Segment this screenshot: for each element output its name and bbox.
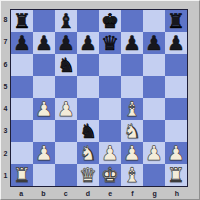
black-rook-h8[interactable]: ♜: [167, 10, 185, 32]
chess-diagram: 87654321 ♜♝♚♜♟♟♟♟♛♟♟♟♞♟♟♝♞♞♟♞♟♟♟♟♜♛♚♝♜ a…: [0, 0, 200, 200]
square-h6[interactable]: [165, 54, 187, 76]
square-g8[interactable]: [143, 10, 165, 32]
square-b6[interactable]: [33, 54, 55, 76]
square-g5[interactable]: [143, 76, 165, 98]
black-pawn-c7[interactable]: ♟: [57, 32, 75, 54]
square-f1[interactable]: ♝: [121, 164, 143, 186]
white-pawn-b2[interactable]: ♟: [35, 142, 53, 164]
file-label-d: d: [77, 188, 99, 199]
white-bishop-f1[interactable]: ♝: [123, 164, 141, 186]
square-d1[interactable]: ♛: [77, 164, 99, 186]
square-h8[interactable]: ♜: [165, 10, 187, 32]
square-e4[interactable]: [99, 98, 121, 120]
square-f6[interactable]: [121, 54, 143, 76]
file-label-e: e: [99, 188, 121, 199]
white-pawn-h2[interactable]: ♟: [167, 142, 185, 164]
square-a4[interactable]: [11, 98, 33, 120]
square-d2[interactable]: ♞: [77, 142, 99, 164]
file-label-g: g: [144, 188, 166, 199]
rank-labels: 87654321: [1, 9, 10, 187]
square-b2[interactable]: ♟: [33, 142, 55, 164]
white-knight-f3[interactable]: ♞: [123, 120, 141, 142]
square-g7[interactable]: ♟: [143, 32, 165, 54]
white-pawn-b4[interactable]: ♟: [35, 98, 53, 120]
rank-label-3: 3: [1, 120, 10, 142]
square-a3[interactable]: [11, 120, 33, 142]
black-pawn-d7[interactable]: ♟: [79, 32, 97, 54]
square-d5[interactable]: [77, 76, 99, 98]
square-a5[interactable]: [11, 76, 33, 98]
square-h2[interactable]: ♟: [165, 142, 187, 164]
square-e3[interactable]: [99, 120, 121, 142]
black-knight-d3[interactable]: ♞: [79, 120, 97, 142]
file-labels: abcdefgh: [10, 188, 188, 199]
square-h3[interactable]: [165, 120, 187, 142]
square-e8[interactable]: ♚: [99, 10, 121, 32]
rank-label-4: 4: [1, 98, 10, 120]
rank-label-2: 2: [1, 143, 10, 165]
black-pawn-a7[interactable]: ♟: [13, 32, 31, 54]
square-h1[interactable]: ♜: [165, 164, 187, 186]
white-rook-h1[interactable]: ♜: [167, 164, 185, 186]
square-g4[interactable]: [143, 98, 165, 120]
square-g3[interactable]: [143, 120, 165, 142]
black-bishop-c8[interactable]: ♝: [57, 10, 75, 32]
rank-label-8: 8: [1, 9, 10, 31]
white-pawn-e2[interactable]: ♟: [101, 142, 119, 164]
square-f2[interactable]: ♟: [121, 142, 143, 164]
square-f5[interactable]: [121, 76, 143, 98]
square-b5[interactable]: [33, 76, 55, 98]
black-queen-e7[interactable]: ♛: [101, 32, 119, 54]
file-label-b: b: [32, 188, 54, 199]
rank-label-5: 5: [1, 76, 10, 98]
square-c5[interactable]: [55, 76, 77, 98]
square-e5[interactable]: [99, 76, 121, 98]
black-pawn-b7[interactable]: ♟: [35, 32, 53, 54]
square-d6[interactable]: [77, 54, 99, 76]
file-label-a: a: [10, 188, 32, 199]
square-e6[interactable]: [99, 54, 121, 76]
square-a6[interactable]: [11, 54, 33, 76]
white-pawn-f2[interactable]: ♟: [123, 142, 141, 164]
square-g6[interactable]: [143, 54, 165, 76]
black-pawn-f7[interactable]: ♟: [123, 32, 141, 54]
square-d7[interactable]: ♟: [77, 32, 99, 54]
square-c4[interactable]: ♟: [55, 98, 77, 120]
square-c8[interactable]: ♝: [55, 10, 77, 32]
rank-label-1: 1: [1, 165, 10, 187]
white-queen-d1[interactable]: ♛: [79, 164, 97, 186]
square-f4[interactable]: ♝: [121, 98, 143, 120]
square-d4[interactable]: [77, 98, 99, 120]
white-rook-a1[interactable]: ♜: [13, 164, 31, 186]
square-c2[interactable]: [55, 142, 77, 164]
square-e7[interactable]: ♛: [99, 32, 121, 54]
file-label-h: h: [166, 188, 188, 199]
rank-label-6: 6: [1, 54, 10, 76]
square-a7[interactable]: ♟: [11, 32, 33, 54]
white-bishop-f4[interactable]: ♝: [123, 98, 141, 120]
square-f8[interactable]: [121, 10, 143, 32]
black-king-e8[interactable]: ♚: [101, 10, 119, 32]
black-pawn-h7[interactable]: ♟: [167, 32, 185, 54]
white-pawn-c4[interactable]: ♟: [57, 98, 75, 120]
square-b1[interactable]: [33, 164, 55, 186]
square-f7[interactable]: ♟: [121, 32, 143, 54]
file-label-f: f: [121, 188, 143, 199]
square-f3[interactable]: ♞: [121, 120, 143, 142]
square-d8[interactable]: [77, 10, 99, 32]
square-h5[interactable]: [165, 76, 187, 98]
square-c1[interactable]: [55, 164, 77, 186]
square-b3[interactable]: [33, 120, 55, 142]
black-knight-c6[interactable]: ♞: [57, 54, 75, 76]
square-g2[interactable]: ♟: [143, 142, 165, 164]
square-e2[interactable]: ♟: [99, 142, 121, 164]
rank-label-7: 7: [1, 31, 10, 53]
square-g1[interactable]: [143, 164, 165, 186]
square-h4[interactable]: [165, 98, 187, 120]
square-c6[interactable]: ♞: [55, 54, 77, 76]
black-pawn-g7[interactable]: ♟: [145, 32, 163, 54]
square-c7[interactable]: ♟: [55, 32, 77, 54]
square-h7[interactable]: ♟: [165, 32, 187, 54]
square-b7[interactable]: ♟: [33, 32, 55, 54]
black-rook-a8[interactable]: ♜: [13, 10, 31, 32]
square-b4[interactable]: ♟: [33, 98, 55, 120]
square-c3[interactable]: [55, 120, 77, 142]
square-a8[interactable]: ♜: [11, 10, 33, 32]
square-b8[interactable]: [33, 10, 55, 32]
square-a1[interactable]: ♜: [11, 164, 33, 186]
file-label-c: c: [55, 188, 77, 199]
square-d3[interactable]: ♞: [77, 120, 99, 142]
chess-board[interactable]: ♜♝♚♜♟♟♟♟♛♟♟♟♞♟♟♝♞♞♟♞♟♟♟♟♜♛♚♝♜: [10, 9, 188, 187]
white-pawn-g2[interactable]: ♟: [145, 142, 163, 164]
white-king-e1[interactable]: ♚: [101, 164, 119, 186]
square-a2[interactable]: [11, 142, 33, 164]
square-e1[interactable]: ♚: [99, 164, 121, 186]
white-knight-d2[interactable]: ♞: [79, 142, 97, 164]
